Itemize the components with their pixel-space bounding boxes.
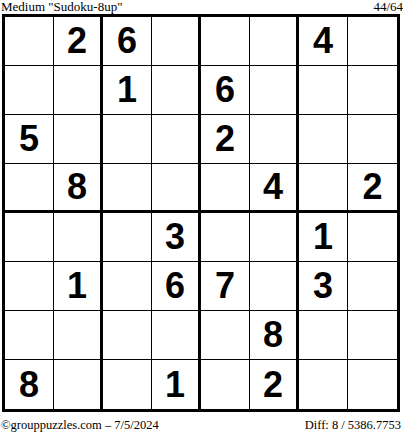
empty-cell-r2c6[interactable]: [250, 66, 299, 115]
empty-cell-r2c2[interactable]: [54, 66, 103, 115]
empty-cell-r7c2[interactable]: [54, 311, 103, 360]
given-cell-r2c5: 6: [201, 66, 250, 115]
empty-cell-r6c1[interactable]: [5, 262, 54, 311]
empty-cell-r1c5[interactable]: [201, 17, 250, 66]
empty-cell-r4c4[interactable]: [152, 164, 201, 213]
empty-cell-r3c6[interactable]: [250, 115, 299, 164]
empty-cell-r3c2[interactable]: [54, 115, 103, 164]
empty-cell-r5c3[interactable]: [103, 213, 152, 262]
empty-cell-r1c6[interactable]: [250, 17, 299, 66]
given-cell-r1c7: 4: [299, 17, 348, 66]
given-cell-r3c1: 5: [5, 115, 54, 164]
empty-cell-r8c2[interactable]: [54, 360, 103, 409]
empty-cell-r6c8[interactable]: [348, 262, 397, 311]
given-cell-r4c6: 4: [250, 164, 299, 213]
given-cell-r4c8: 2: [348, 164, 397, 213]
empty-cell-r7c3[interactable]: [103, 311, 152, 360]
empty-cell-r5c5[interactable]: [201, 213, 250, 262]
given-cell-r4c2: 8: [54, 164, 103, 213]
footer-difficulty: Diff: 8 / 5386.7753: [305, 418, 401, 432]
empty-cell-r8c5[interactable]: [201, 360, 250, 409]
given-cell-r5c4: 3: [152, 213, 201, 262]
empty-cell-r3c7[interactable]: [299, 115, 348, 164]
empty-cell-r4c3[interactable]: [103, 164, 152, 213]
given-cell-r2c3: 1: [103, 66, 152, 115]
empty-cell-r1c8[interactable]: [348, 17, 397, 66]
empty-cell-r8c3[interactable]: [103, 360, 152, 409]
empty-cell-r3c3[interactable]: [103, 115, 152, 164]
empty-cell-r2c7[interactable]: [299, 66, 348, 115]
empty-cell-r6c3[interactable]: [103, 262, 152, 311]
empty-cell-r7c8[interactable]: [348, 311, 397, 360]
puzzle-counter: 44/64: [373, 0, 403, 14]
given-cell-r6c4: 6: [152, 262, 201, 311]
empty-cell-r2c4[interactable]: [152, 66, 201, 115]
footer-copyright: ©grouppuzzles.com – 7/5/2024: [1, 418, 159, 432]
empty-cell-r7c7[interactable]: [299, 311, 348, 360]
given-cell-r5c7: 1: [299, 213, 348, 262]
empty-cell-r5c2[interactable]: [54, 213, 103, 262]
given-cell-r8c6: 2: [250, 360, 299, 409]
empty-cell-r5c1[interactable]: [5, 213, 54, 262]
given-cell-r3c5: 2: [201, 115, 250, 164]
empty-cell-r1c1[interactable]: [5, 17, 54, 66]
empty-cell-r3c8[interactable]: [348, 115, 397, 164]
empty-cell-r5c8[interactable]: [348, 213, 397, 262]
empty-cell-r5c6[interactable]: [250, 213, 299, 262]
given-cell-r7c6: 8: [250, 311, 299, 360]
given-cell-r6c2: 1: [54, 262, 103, 311]
empty-cell-r8c8[interactable]: [348, 360, 397, 409]
puzzle-title: Medium "Sudoku-8up": [1, 0, 122, 14]
empty-cell-r7c1[interactable]: [5, 311, 54, 360]
empty-cell-r3c4[interactable]: [152, 115, 201, 164]
puzzle-page: Medium "Sudoku-8up" 44/64 26416528423116…: [0, 0, 403, 437]
empty-cell-r4c7[interactable]: [299, 164, 348, 213]
empty-cell-r2c8[interactable]: [348, 66, 397, 115]
given-cell-r6c7: 3: [299, 262, 348, 311]
empty-cell-r1c4[interactable]: [152, 17, 201, 66]
given-cell-r8c4: 1: [152, 360, 201, 409]
given-cell-r1c2: 2: [54, 17, 103, 66]
empty-cell-r6c6[interactable]: [250, 262, 299, 311]
sudoku-grid: 26416528423116738812: [2, 14, 400, 412]
given-cell-r6c5: 7: [201, 262, 250, 311]
given-cell-r1c3: 6: [103, 17, 152, 66]
empty-cell-r7c5[interactable]: [201, 311, 250, 360]
empty-cell-r2c1[interactable]: [5, 66, 54, 115]
empty-cell-r4c5[interactable]: [201, 164, 250, 213]
empty-cell-r8c7[interactable]: [299, 360, 348, 409]
empty-cell-r7c4[interactable]: [152, 311, 201, 360]
empty-cell-r4c1[interactable]: [5, 164, 54, 213]
given-cell-r8c1: 8: [5, 360, 54, 409]
